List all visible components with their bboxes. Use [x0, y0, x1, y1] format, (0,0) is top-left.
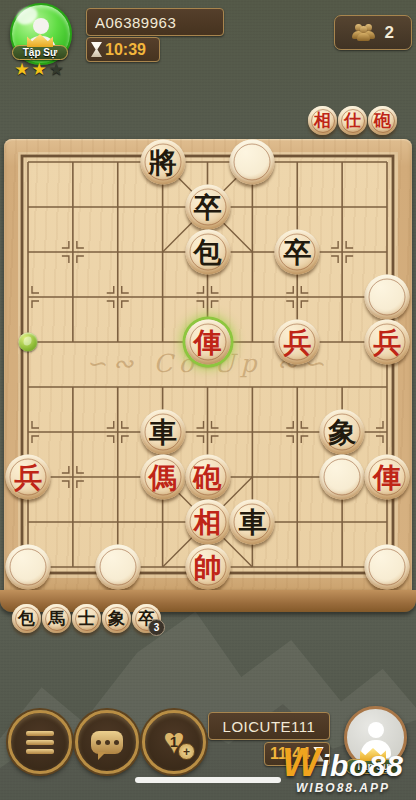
spectator-count: 2	[385, 23, 395, 43]
hidden-piece[interactable]	[230, 140, 275, 185]
rank-label: Tập Sự	[12, 45, 68, 60]
star-empty-icon: ★	[49, 60, 66, 79]
captured-piece-相: 相	[308, 106, 337, 135]
captured-piece-馬: 馬	[42, 604, 71, 633]
piece-帥[interactable]: 帥	[185, 545, 230, 590]
menu-button[interactable]	[8, 710, 72, 774]
bottom-player-rank-badge: Tập Sự	[333, 748, 413, 774]
watermark-url: WIBO88.APP	[270, 781, 416, 795]
people-icon	[352, 24, 378, 42]
piece-傌[interactable]: 傌	[140, 455, 185, 500]
captured-red-tray: 相仕砲	[308, 106, 397, 135]
heart-count: 1	[170, 732, 178, 749]
piece-卒[interactable]: 卒	[185, 185, 230, 230]
piece-車[interactable]: 車	[230, 500, 275, 545]
xiangqi-board[interactable]: Cờ Úp 將卒包卒俥兵兵車象兵傌砲俥相車帥	[4, 139, 412, 594]
bottom-player-name-plate: LOICUTE111	[208, 712, 330, 740]
plus-icon: +	[178, 743, 195, 760]
hidden-piece[interactable]	[320, 455, 365, 500]
piece-象[interactable]: 象	[320, 410, 365, 455]
piece-俥[interactable]: 俥	[185, 320, 230, 365]
hidden-piece[interactable]	[6, 545, 51, 590]
top-player-timer-plate: 10:39	[86, 37, 160, 62]
hidden-piece[interactable]	[365, 275, 410, 320]
star-filled-icon: ★	[14, 60, 31, 79]
hamburger-icon	[26, 731, 54, 754]
captured-count-badge: 3	[148, 619, 165, 636]
piece-兵[interactable]: 兵	[6, 455, 51, 500]
piece-兵[interactable]: 兵	[365, 320, 410, 365]
chat-bubble-icon	[91, 731, 123, 754]
bottom-player-name: LOICUTE111	[223, 718, 316, 735]
top-player-name-plate: A06389963	[86, 8, 224, 36]
bottom-player-timer: 11:44	[270, 745, 310, 763]
captured-piece-士: 士	[72, 604, 101, 633]
spectator-badge[interactable]: 2	[334, 15, 412, 50]
crown-icon	[27, 34, 53, 47]
crown-icon	[360, 748, 386, 761]
captured-piece-砲: 砲	[368, 106, 397, 135]
hourglass-icon	[91, 42, 102, 57]
piece-包[interactable]: 包	[185, 230, 230, 275]
hidden-piece[interactable]	[365, 545, 410, 590]
chat-button[interactable]	[75, 710, 139, 774]
hidden-piece[interactable]	[95, 545, 140, 590]
last-move-from-marker	[19, 333, 38, 352]
captured-piece-包: 包	[12, 604, 41, 633]
bottom-player-timer-plate: 11:44	[264, 742, 330, 766]
top-player-timer: 10:39	[105, 41, 146, 59]
top-player-name: A06389963	[95, 14, 176, 31]
captured-piece-卒: 卒3	[132, 604, 161, 633]
home-indicator	[135, 777, 281, 783]
piece-相[interactable]: 相	[185, 500, 230, 545]
rank-label: Tập Sự	[345, 759, 401, 774]
piece-卒[interactable]: 卒	[275, 230, 320, 275]
piece-兵[interactable]: 兵	[275, 320, 320, 365]
game-screen: Tập Sự ★★★ A06389963 10:39 2 相仕砲 Cờ Úp 將…	[0, 0, 416, 800]
piece-車[interactable]: 車	[140, 410, 185, 455]
piece-將[interactable]: 將	[140, 140, 185, 185]
captured-piece-仕: 仕	[338, 106, 367, 135]
captured-piece-象: 象	[102, 604, 131, 633]
heart-icon: ♥ 1 +	[156, 726, 192, 758]
hourglass-icon	[313, 747, 324, 762]
star-filled-icon: ★	[31, 60, 48, 79]
piece-俥[interactable]: 俥	[365, 455, 410, 500]
piece-砲[interactable]: 砲	[185, 455, 230, 500]
top-player-rank-badge: Tập Sự ★★★	[0, 34, 80, 78]
rank-stars: ★★★	[14, 61, 66, 78]
captured-black-tray: 包馬士象卒3	[12, 604, 161, 633]
like-button[interactable]: ♥ 1 +	[142, 710, 206, 774]
